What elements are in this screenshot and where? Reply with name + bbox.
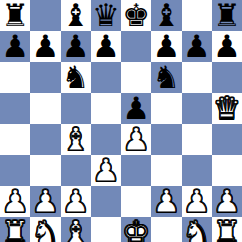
- square-d4[interactable]: [91, 124, 121, 155]
- square-a3[interactable]: [0, 155, 30, 186]
- square-g6[interactable]: [182, 62, 212, 93]
- black-pawn: ♟: [62, 31, 90, 62]
- square-f3[interactable]: [151, 155, 181, 186]
- black-pawn: ♟: [213, 31, 241, 62]
- white-pawn: ♟: [213, 186, 241, 217]
- square-d7[interactable]: ♟: [91, 31, 121, 62]
- square-a5[interactable]: [0, 93, 30, 124]
- black-rook: ♜: [213, 0, 241, 31]
- square-g7[interactable]: ♟: [182, 31, 212, 62]
- square-g3[interactable]: [182, 155, 212, 186]
- white-pawn: ♟: [152, 186, 180, 217]
- black-pawn: ♟: [152, 31, 180, 62]
- black-pawn: ♟: [31, 31, 59, 62]
- square-h3[interactable]: [212, 155, 242, 186]
- square-h1[interactable]: ♜: [212, 217, 242, 242]
- chess-board: ♜♝♛♚♝♜♟♟♟♟♟♟♟♞♞♟♛♝♟♟♟♟♟♟♟♟♜♞♝♚♞♜: [0, 0, 242, 242]
- square-f1[interactable]: [151, 217, 181, 242]
- square-e2[interactable]: [121, 186, 151, 217]
- black-pawn: ♟: [1, 31, 29, 62]
- square-h4[interactable]: [212, 124, 242, 155]
- white-knight: ♞: [183, 217, 211, 242]
- square-b3[interactable]: [30, 155, 60, 186]
- white-bishop: ♝: [62, 217, 90, 242]
- square-f4[interactable]: [151, 124, 181, 155]
- square-g1[interactable]: ♞: [182, 217, 212, 242]
- square-b2[interactable]: ♟: [30, 186, 60, 217]
- square-c2[interactable]: ♟: [61, 186, 91, 217]
- black-bishop: ♝: [152, 0, 180, 31]
- square-d2[interactable]: [91, 186, 121, 217]
- white-rook: ♜: [1, 217, 29, 242]
- square-b6[interactable]: [30, 62, 60, 93]
- square-d8[interactable]: ♛: [91, 0, 121, 31]
- square-c3[interactable]: [61, 155, 91, 186]
- square-e3[interactable]: [121, 155, 151, 186]
- square-f7[interactable]: ♟: [151, 31, 181, 62]
- square-b8[interactable]: [30, 0, 60, 31]
- square-h8[interactable]: ♜: [212, 0, 242, 31]
- square-a7[interactable]: ♟: [0, 31, 30, 62]
- white-pawn: ♟: [183, 186, 211, 217]
- white-pawn: ♟: [1, 186, 29, 217]
- black-pawn: ♟: [122, 93, 150, 124]
- square-g5[interactable]: [182, 93, 212, 124]
- black-queen: ♛: [92, 0, 120, 31]
- square-a6[interactable]: [0, 62, 30, 93]
- black-king: ♚: [122, 0, 150, 31]
- square-e7[interactable]: [121, 31, 151, 62]
- square-c1[interactable]: ♝: [61, 217, 91, 242]
- square-c4[interactable]: ♝: [61, 124, 91, 155]
- square-h5[interactable]: ♛: [212, 93, 242, 124]
- black-knight: ♞: [62, 62, 90, 93]
- square-d5[interactable]: [91, 93, 121, 124]
- white-rook: ♜: [213, 217, 241, 242]
- square-e1[interactable]: ♚: [121, 217, 151, 242]
- square-b4[interactable]: [30, 124, 60, 155]
- square-c7[interactable]: ♟: [61, 31, 91, 62]
- square-a4[interactable]: [0, 124, 30, 155]
- square-h6[interactable]: [212, 62, 242, 93]
- white-pawn: ♟: [62, 186, 90, 217]
- square-g2[interactable]: ♟: [182, 186, 212, 217]
- square-g4[interactable]: [182, 124, 212, 155]
- square-f6[interactable]: ♞: [151, 62, 181, 93]
- square-h7[interactable]: ♟: [212, 31, 242, 62]
- square-a8[interactable]: ♜: [0, 0, 30, 31]
- square-e8[interactable]: ♚: [121, 0, 151, 31]
- black-pawn: ♟: [92, 31, 120, 62]
- square-g8[interactable]: [182, 0, 212, 31]
- black-knight: ♞: [152, 62, 180, 93]
- square-f8[interactable]: ♝: [151, 0, 181, 31]
- square-h2[interactable]: ♟: [212, 186, 242, 217]
- white-king: ♚: [122, 217, 150, 242]
- square-b7[interactable]: ♟: [30, 31, 60, 62]
- black-rook: ♜: [1, 0, 29, 31]
- square-f5[interactable]: [151, 93, 181, 124]
- black-bishop: ♝: [62, 0, 90, 31]
- square-b5[interactable]: [30, 93, 60, 124]
- square-f2[interactable]: ♟: [151, 186, 181, 217]
- square-c5[interactable]: [61, 93, 91, 124]
- square-a1[interactable]: ♜: [0, 217, 30, 242]
- white-pawn: ♟: [31, 186, 59, 217]
- white-pawn: ♟: [92, 155, 120, 186]
- white-queen: ♛: [213, 93, 241, 124]
- square-d3[interactable]: ♟: [91, 155, 121, 186]
- square-c8[interactable]: ♝: [61, 0, 91, 31]
- square-d1[interactable]: [91, 217, 121, 242]
- white-bishop: ♝: [62, 124, 90, 155]
- square-a2[interactable]: ♟: [0, 186, 30, 217]
- square-d6[interactable]: [91, 62, 121, 93]
- white-pawn: ♟: [122, 124, 150, 155]
- square-b1[interactable]: ♞: [30, 217, 60, 242]
- square-e4[interactable]: ♟: [121, 124, 151, 155]
- square-c6[interactable]: ♞: [61, 62, 91, 93]
- black-pawn: ♟: [183, 31, 211, 62]
- square-e6[interactable]: [121, 62, 151, 93]
- square-e5[interactable]: ♟: [121, 93, 151, 124]
- white-knight: ♞: [31, 217, 59, 242]
